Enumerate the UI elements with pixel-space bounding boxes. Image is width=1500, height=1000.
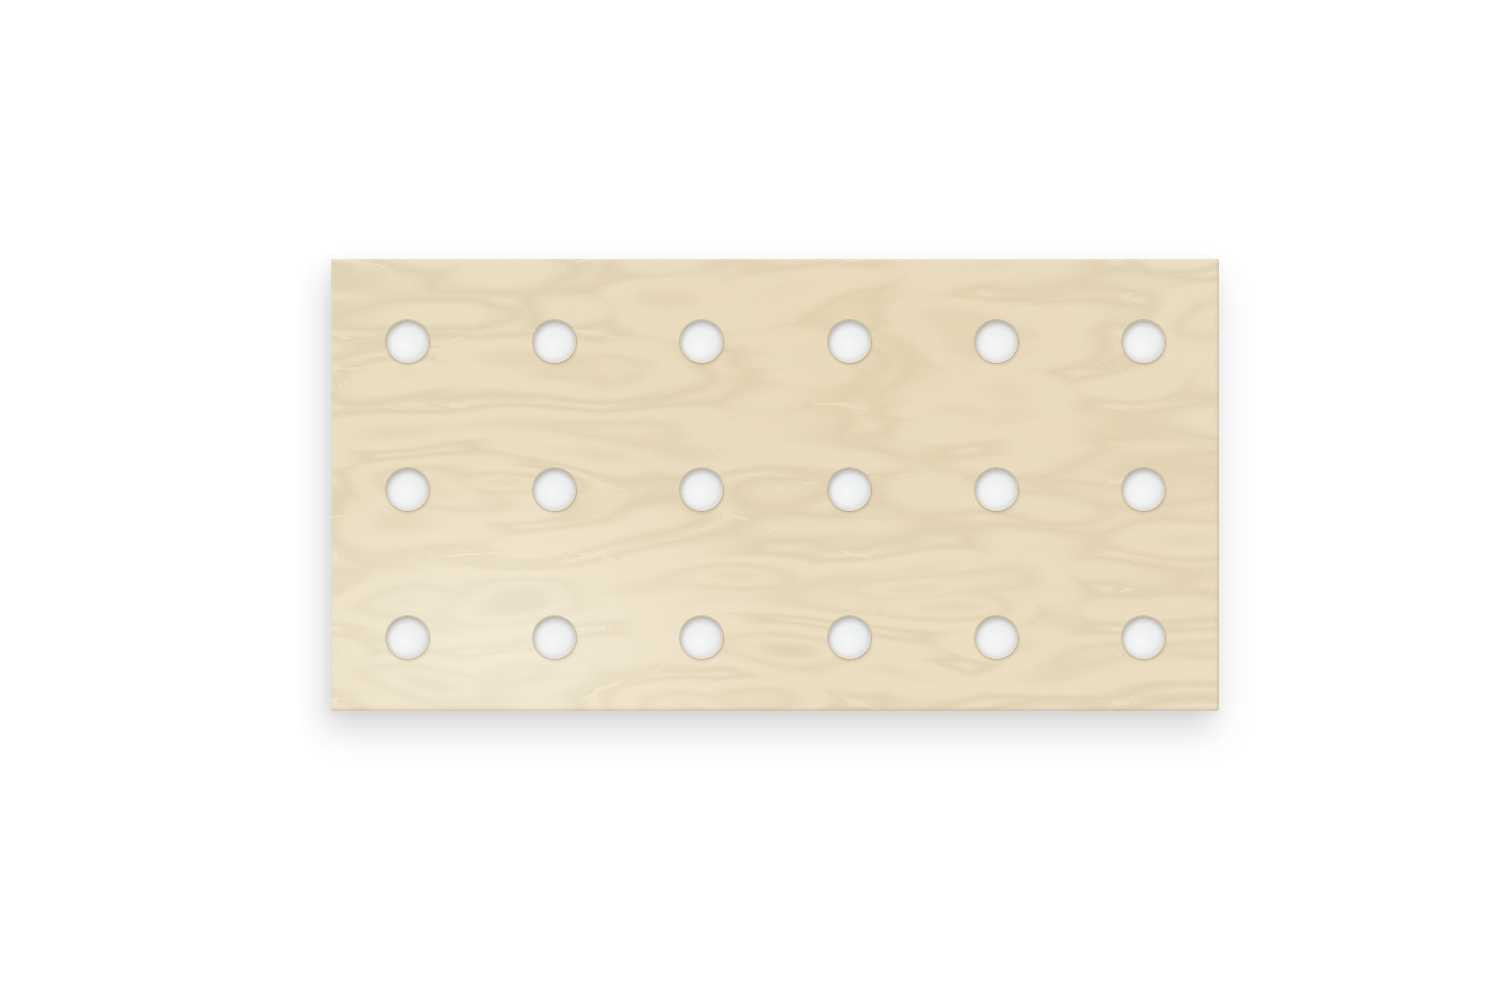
peg-hole[interactable] xyxy=(680,320,723,363)
peg-hole[interactable] xyxy=(680,468,723,511)
board-cell-r3c2[interactable] xyxy=(481,563,628,711)
peg-hole[interactable] xyxy=(533,320,576,363)
peg-hole[interactable] xyxy=(386,468,429,511)
board-cell-r2c4[interactable] xyxy=(776,416,923,564)
board-cell-r3c4[interactable] xyxy=(776,563,923,711)
peg-hole[interactable] xyxy=(975,468,1018,511)
board-cell-r3c5[interactable] xyxy=(923,563,1070,711)
peg-hole[interactable] xyxy=(828,320,871,363)
board-cell-r1c6[interactable] xyxy=(1070,268,1217,416)
board-cell-r2c3[interactable] xyxy=(628,416,775,564)
peg-hole[interactable] xyxy=(1122,468,1165,511)
peg-hole[interactable] xyxy=(975,320,1018,363)
board-cell-r2c2[interactable] xyxy=(481,416,628,564)
peg-hole[interactable] xyxy=(828,468,871,511)
board-cell-r1c4[interactable] xyxy=(776,268,923,416)
peg-hole[interactable] xyxy=(533,616,576,659)
pegboard xyxy=(331,259,1219,711)
peg-hole[interactable] xyxy=(386,616,429,659)
board-cell-r1c1[interactable] xyxy=(334,268,481,416)
board-cell-r3c1[interactable] xyxy=(334,563,481,711)
board-cell-r1c3[interactable] xyxy=(628,268,775,416)
pegboard-grid xyxy=(331,259,1219,711)
board-cell-r1c2[interactable] xyxy=(481,268,628,416)
peg-hole[interactable] xyxy=(1122,320,1165,363)
peg-hole[interactable] xyxy=(533,468,576,511)
peg-hole[interactable] xyxy=(1122,616,1165,659)
peg-hole[interactable] xyxy=(975,616,1018,659)
board-cell-r2c6[interactable] xyxy=(1070,416,1217,564)
board-cell-r3c3[interactable] xyxy=(628,563,775,711)
peg-hole[interactable] xyxy=(386,320,429,363)
peg-hole[interactable] xyxy=(680,616,723,659)
product-photo-scene xyxy=(0,0,1500,1000)
board-cell-r2c5[interactable] xyxy=(923,416,1070,564)
board-cell-r2c1[interactable] xyxy=(334,416,481,564)
board-cell-r1c5[interactable] xyxy=(923,268,1070,416)
board-cell-r3c6[interactable] xyxy=(1070,563,1217,711)
peg-hole[interactable] xyxy=(828,616,871,659)
